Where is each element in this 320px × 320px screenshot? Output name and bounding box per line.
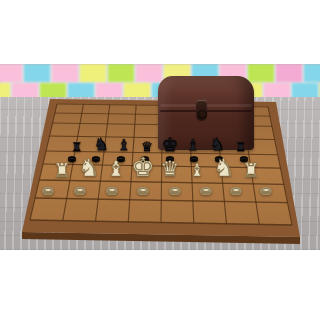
piece-white-pawn[interactable]: ⛂ [74, 183, 86, 197]
piece-white-rook[interactable]: ♜ [242, 161, 259, 180]
piece-black-rook[interactable]: ♜ [72, 141, 83, 153]
piece-black-bishop[interactable]: ♝ [186, 138, 199, 153]
piece-white-knight[interactable]: ♞ [78, 156, 100, 180]
piece-black-king[interactable]: ♚ [161, 135, 178, 154]
piece-white-pawn[interactable]: ⛂ [200, 183, 212, 197]
piece-black-rook[interactable]: ♜ [236, 141, 247, 153]
piece-black-knight[interactable]: ♞ [209, 136, 224, 153]
piece-black-bishop[interactable]: ♝ [117, 138, 130, 153]
piece-white-bishop[interactable]: ♝ [189, 162, 204, 179]
piece-white-pawn[interactable]: ⛂ [260, 183, 272, 197]
photo-area: ♜♞♝♛♚♝♞♜⛂⛂⛂⛂⛂⛂⛂⛂♜♞♝♚♛♝♞♜⛂⛂⛂⛂⛂⛂⛂⛂ [0, 64, 320, 250]
piece-white-rook[interactable]: ♜ [53, 161, 70, 180]
piece-white-pawn[interactable]: ⛂ [42, 183, 54, 197]
piece-white-bishop[interactable]: ♝ [107, 159, 126, 180]
piece-white-queen[interactable]: ♛ [161, 159, 180, 180]
piece-white-pawn[interactable]: ⛂ [106, 183, 118, 197]
piece-white-pawn[interactable]: ⛂ [169, 183, 181, 197]
piece-white-pawn[interactable]: ⛂ [137, 183, 149, 197]
pieces-layer: ♜♞♝♛♚♝♞♜⛂⛂⛂⛂⛂⛂⛂⛂♜♞♝♚♛♝♞♜⛂⛂⛂⛂⛂⛂⛂⛂ [0, 64, 320, 250]
piece-black-knight[interactable]: ♞ [93, 136, 108, 153]
piece-white-pawn[interactable]: ⛂ [230, 183, 242, 197]
piece-white-king[interactable]: ♚ [131, 154, 154, 180]
piece-white-knight[interactable]: ♞ [213, 156, 235, 180]
piece-black-queen[interactable]: ♛ [141, 140, 153, 153]
